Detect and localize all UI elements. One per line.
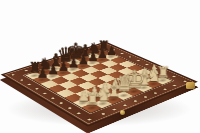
frame-inlay-dot: [87, 118, 92, 120]
frame-inlay-dot: [34, 88, 38, 90]
piece-black-pawn-a7[interactable]: ♟: [29, 67, 55, 80]
frame-inlay-dot: [128, 56, 132, 58]
frame-inlay-dot: [143, 96, 148, 98]
frame-inlay-dot: [101, 113, 106, 115]
piece-white-rook-a1[interactable]: ♜: [77, 91, 106, 108]
frame-inlay-dot: [11, 74, 15, 76]
brass-keyhole-icon[interactable]: [120, 110, 125, 115]
frame-inlay-dot: [172, 85, 176, 87]
photo-background: ♜♞♝♛♚♝♞♜♟♟♟♟♟♟♟♟♟♟♟♟♟♟♟♟♜♞♝♛♚♝♞♜: [0, 0, 200, 133]
square-a1[interactable]: ♜: [82, 103, 102, 112]
brass-clasp-icon[interactable]: [186, 82, 195, 89]
frame-inlay-dot: [112, 109, 117, 111]
frame-inlay-dot: [19, 79, 23, 81]
frame-inlay-dot: [76, 112, 81, 114]
frame-inlay-dot: [67, 107, 72, 109]
frame-inlay-dot: [162, 88, 166, 90]
frame-inlay-dot: [133, 100, 138, 102]
frame-inlay-dot: [42, 92, 46, 94]
frame-inlay-dot: [27, 83, 31, 85]
frame-inlay-dot: [122, 104, 127, 106]
frame-inlay-dot: [136, 60, 140, 62]
frame-inlay-dot: [50, 97, 54, 99]
frame-inlay-dot: [59, 102, 64, 104]
frame-inlay-dot: [153, 92, 157, 94]
